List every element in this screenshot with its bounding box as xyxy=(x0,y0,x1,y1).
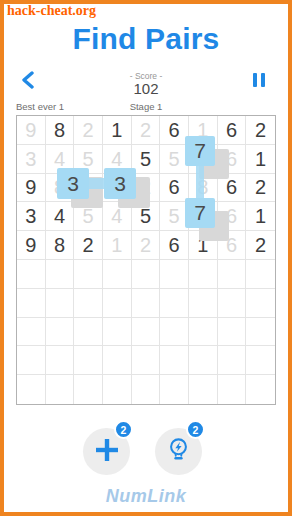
page-title: Find Pairs xyxy=(0,22,292,56)
cell-r6c5 xyxy=(132,260,161,289)
cell-r6c4 xyxy=(103,260,132,289)
watermark-text: hack-cheat.org xyxy=(7,3,96,19)
score-value: 102 xyxy=(0,80,292,97)
cell-r10c1 xyxy=(17,375,46,404)
cell-r10c2 xyxy=(46,375,75,404)
cell-r6c7 xyxy=(189,260,218,289)
cell-r8c6 xyxy=(160,318,189,347)
cell-r6c2 xyxy=(46,260,75,289)
cell-r9c9 xyxy=(246,346,275,375)
cell-r5c4[interactable]: 1 xyxy=(103,231,132,260)
cell-r8c8 xyxy=(218,318,247,347)
cell-r3c1[interactable]: 9 xyxy=(17,174,46,203)
cell-r2c9[interactable]: 1 xyxy=(246,145,275,174)
cell-r1c2[interactable]: 8 xyxy=(46,116,75,145)
puzzle-board: 9821261623454556198268623454556198212616… xyxy=(16,115,276,405)
cell-r7c2 xyxy=(46,289,75,318)
cell-r5c1[interactable]: 9 xyxy=(17,231,46,260)
cell-r6c1 xyxy=(17,260,46,289)
selected-tile-3-left[interactable]: 3 xyxy=(57,168,89,199)
cell-r5c2[interactable]: 8 xyxy=(46,231,75,260)
cell-r9c2 xyxy=(46,346,75,375)
lightbulb-bolt-icon xyxy=(165,436,192,467)
cell-r6c6 xyxy=(160,260,189,289)
cell-r8c1 xyxy=(17,318,46,347)
cell-r5c9[interactable]: 2 xyxy=(246,231,275,260)
cell-r8c7 xyxy=(189,318,218,347)
cell-r8c4 xyxy=(103,318,132,347)
pause-button[interactable] xyxy=(253,73,265,87)
cell-r9c5 xyxy=(132,346,161,375)
cell-r1c4[interactable]: 1 xyxy=(103,116,132,145)
cell-r9c7 xyxy=(189,346,218,375)
cell-r10c3 xyxy=(74,375,103,404)
stage-label: Stage 1 xyxy=(0,101,292,112)
cell-r7c7 xyxy=(189,289,218,318)
cell-r6c9 xyxy=(246,260,275,289)
cell-r7c6 xyxy=(160,289,189,318)
cell-r10c8 xyxy=(218,375,247,404)
cell-r8c3 xyxy=(74,318,103,347)
cell-r7c8 xyxy=(218,289,247,318)
cell-r4c9[interactable]: 1 xyxy=(246,202,275,231)
cell-r5c6[interactable]: 6 xyxy=(160,231,189,260)
cell-r10c5 xyxy=(132,375,161,404)
cell-r1c3[interactable]: 2 xyxy=(74,116,103,145)
plus-icon xyxy=(93,436,121,468)
cell-r8c9 xyxy=(246,318,275,347)
pause-icon xyxy=(261,73,265,87)
cell-r7c3 xyxy=(74,289,103,318)
cell-r6c8 xyxy=(218,260,247,289)
pause-icon xyxy=(253,73,257,87)
selected-tile-7-top[interactable]: 7 xyxy=(185,136,215,166)
cell-r3c9[interactable]: 2 xyxy=(246,174,275,203)
cell-r7c5 xyxy=(132,289,161,318)
cell-r10c7 xyxy=(189,375,218,404)
cell-r8c2 xyxy=(46,318,75,347)
cell-r9c4 xyxy=(103,346,132,375)
cell-r1c9[interactable]: 2 xyxy=(246,116,275,145)
hint-count-badge: 2 xyxy=(186,420,205,439)
cell-r7c1 xyxy=(17,289,46,318)
cell-r4c1[interactable]: 3 xyxy=(17,202,46,231)
selected-tile-3-right[interactable]: 3 xyxy=(104,168,136,199)
cell-r6c3 xyxy=(74,260,103,289)
cell-r10c6 xyxy=(160,375,189,404)
cell-r10c9 xyxy=(246,375,275,404)
cell-r10c4 xyxy=(103,375,132,404)
numlink-logo: NumLink xyxy=(0,486,292,507)
selected-tile-7-bottom[interactable]: 7 xyxy=(185,198,215,228)
cell-r1c1[interactable]: 9 xyxy=(17,116,46,145)
add-count-badge: 2 xyxy=(114,420,133,439)
cell-r1c5[interactable]: 2 xyxy=(132,116,161,145)
cell-r1c8[interactable]: 6 xyxy=(218,116,247,145)
cell-r8c5 xyxy=(132,318,161,347)
cell-r5c5[interactable]: 2 xyxy=(132,231,161,260)
cell-r5c3[interactable]: 2 xyxy=(74,231,103,260)
cell-r2c1[interactable]: 3 xyxy=(17,145,46,174)
cell-r7c9 xyxy=(246,289,275,318)
cell-r4c2[interactable]: 4 xyxy=(46,202,75,231)
cell-r7c4 xyxy=(103,289,132,318)
cell-r9c6 xyxy=(160,346,189,375)
cell-r9c1 xyxy=(17,346,46,375)
number-grid: 9821261623454556198268623454556198212616… xyxy=(17,116,275,404)
cell-r9c3 xyxy=(74,346,103,375)
cell-r9c8 xyxy=(218,346,247,375)
